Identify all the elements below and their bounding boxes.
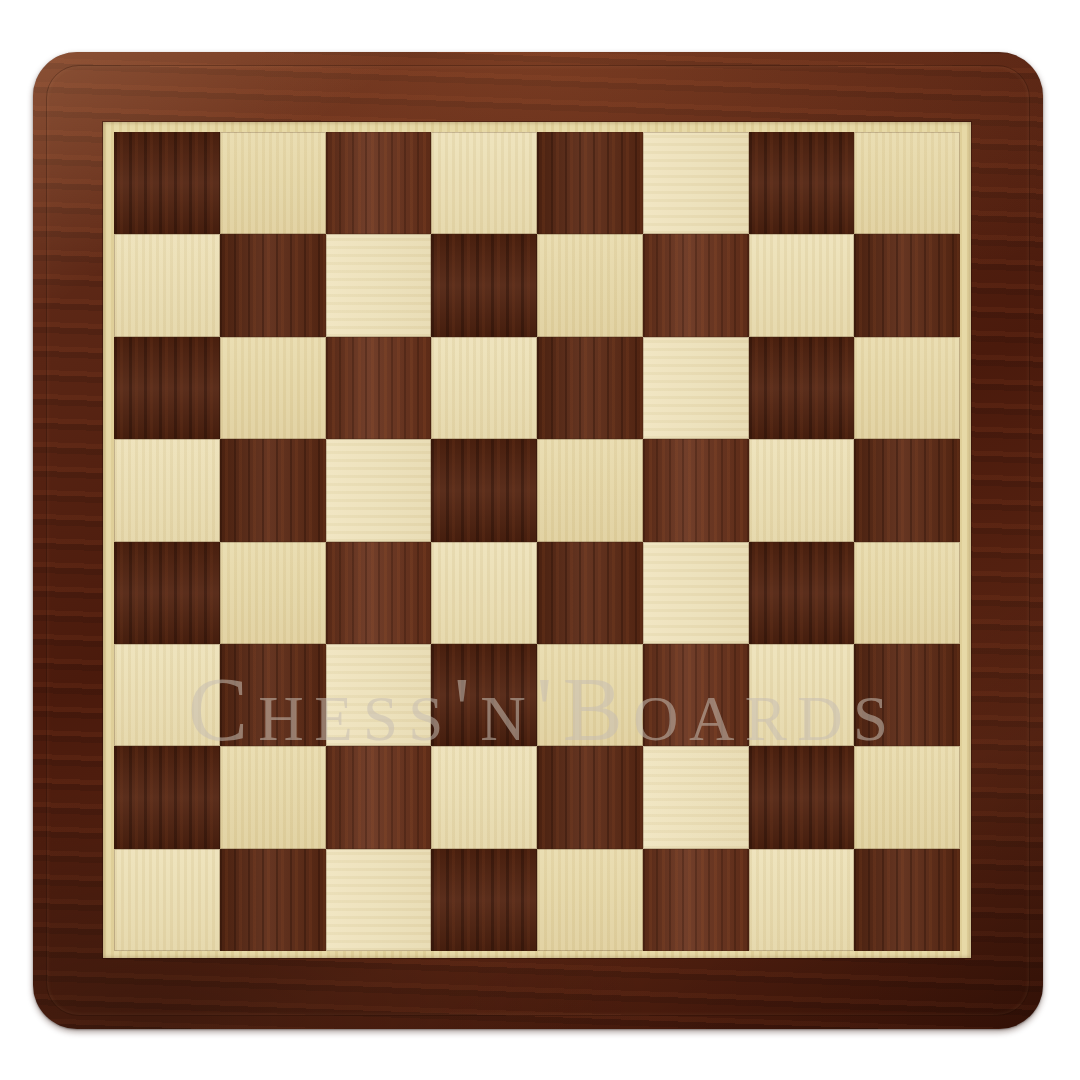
square-f3 [643,644,749,746]
square-c2 [326,746,432,848]
square-f7 [643,234,749,336]
square-g5 [749,439,855,541]
square-f8 [643,132,749,234]
square-e6 [537,337,643,439]
square-a1 [114,849,220,951]
square-f5 [643,439,749,541]
square-g8 [749,132,855,234]
product-photo-background: Chess'n'Boards [0,0,1080,1080]
square-b8 [220,132,326,234]
square-e2 [537,746,643,848]
square-d8 [431,132,537,234]
square-f1 [643,849,749,951]
square-d6 [431,337,537,439]
square-a4 [114,542,220,644]
square-b1 [220,849,326,951]
square-g6 [749,337,855,439]
square-h6 [854,337,960,439]
square-d3 [431,644,537,746]
square-h8 [854,132,960,234]
square-h5 [854,439,960,541]
square-f4 [643,542,749,644]
square-g1 [749,849,855,951]
square-a2 [114,746,220,848]
square-e8 [537,132,643,234]
chess-board-frame: Chess'n'Boards [33,52,1043,1029]
square-e7 [537,234,643,336]
square-a3 [114,644,220,746]
square-d4 [431,542,537,644]
square-g4 [749,542,855,644]
square-c7 [326,234,432,336]
square-d5 [431,439,537,541]
square-h2 [854,746,960,848]
square-b5 [220,439,326,541]
square-b7 [220,234,326,336]
square-f2 [643,746,749,848]
square-c8 [326,132,432,234]
square-g2 [749,746,855,848]
square-b2 [220,746,326,848]
board-inlay-border [103,122,971,958]
square-f6 [643,337,749,439]
square-d1 [431,849,537,951]
square-b4 [220,542,326,644]
square-e4 [537,542,643,644]
square-a7 [114,234,220,336]
square-e3 [537,644,643,746]
square-h3 [854,644,960,746]
square-c3 [326,644,432,746]
square-g3 [749,644,855,746]
square-h4 [854,542,960,644]
square-e5 [537,439,643,541]
square-a8 [114,132,220,234]
square-d2 [431,746,537,848]
square-c4 [326,542,432,644]
square-b6 [220,337,326,439]
square-d7 [431,234,537,336]
square-c5 [326,439,432,541]
square-e1 [537,849,643,951]
square-c1 [326,849,432,951]
square-a6 [114,337,220,439]
square-c6 [326,337,432,439]
square-a5 [114,439,220,541]
square-g7 [749,234,855,336]
square-h1 [854,849,960,951]
chess-board-grid [114,132,960,951]
square-h7 [854,234,960,336]
square-b3 [220,644,326,746]
